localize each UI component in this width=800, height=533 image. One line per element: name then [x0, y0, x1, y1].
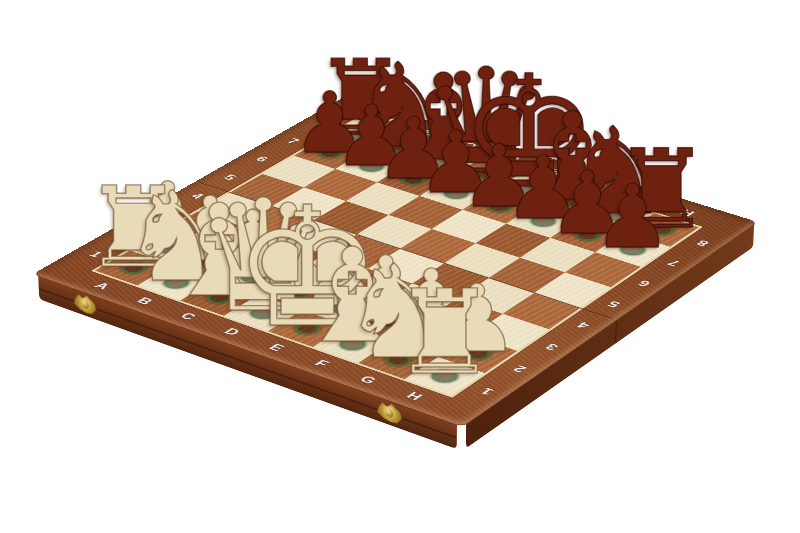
- photo-scene: ABCDEFGH ABCDEFGH 87654321 87654321 ♜♞♝♛…: [0, 0, 800, 533]
- pieces-layer: ♜♞♝♛♚♝♞♜♟♟♟♟♟♟♟♟♟♟♟♟♟♟♟♟♜♞♝♛♚♝♞♜: [0, 0, 800, 533]
- white-rook-h1[interactable]: ♜: [392, 275, 497, 392]
- black-pawn-h7[interactable]: ♟: [593, 173, 672, 261]
